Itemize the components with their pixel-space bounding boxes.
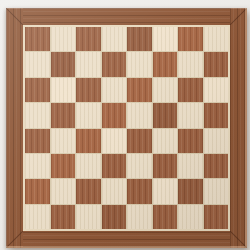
square-b1 bbox=[51, 205, 76, 229]
square-g7 bbox=[178, 52, 203, 76]
frame-miter-joint-bottom-left bbox=[6, 231, 23, 248]
square-f4 bbox=[153, 129, 178, 153]
square-a7 bbox=[25, 52, 50, 76]
square-a5 bbox=[25, 103, 50, 127]
square-a1 bbox=[25, 205, 50, 229]
square-d2 bbox=[102, 179, 127, 203]
square-h8 bbox=[204, 27, 229, 51]
square-h7 bbox=[204, 52, 229, 76]
board-frame-left bbox=[6, 8, 23, 248]
square-g3 bbox=[178, 154, 203, 178]
chess-board bbox=[6, 8, 247, 248]
frame-inlay-line bbox=[23, 25, 230, 231]
square-c3 bbox=[76, 154, 101, 178]
square-g6 bbox=[178, 78, 203, 102]
square-b7 bbox=[51, 52, 76, 76]
square-e7 bbox=[127, 52, 152, 76]
square-c6 bbox=[76, 78, 101, 102]
square-b8 bbox=[51, 27, 76, 51]
square-h2 bbox=[204, 179, 229, 203]
square-b4 bbox=[51, 129, 76, 153]
square-h5 bbox=[204, 103, 229, 127]
square-c4 bbox=[76, 129, 101, 153]
square-b6 bbox=[51, 78, 76, 102]
square-g1 bbox=[178, 205, 203, 229]
square-f1 bbox=[153, 205, 178, 229]
square-f3 bbox=[153, 154, 178, 178]
square-f7 bbox=[153, 52, 178, 76]
square-c5 bbox=[76, 103, 101, 127]
square-a4 bbox=[25, 129, 50, 153]
square-c8 bbox=[76, 27, 101, 51]
square-g4 bbox=[178, 129, 203, 153]
square-a6 bbox=[25, 78, 50, 102]
square-f8 bbox=[153, 27, 178, 51]
board-frame-right bbox=[230, 8, 247, 248]
square-c7 bbox=[76, 52, 101, 76]
square-g2 bbox=[178, 179, 203, 203]
square-h3 bbox=[204, 154, 229, 178]
square-e3 bbox=[127, 154, 152, 178]
frame-miter-joint-bottom-right bbox=[230, 231, 247, 248]
square-d6 bbox=[102, 78, 127, 102]
square-b3 bbox=[51, 154, 76, 178]
square-a2 bbox=[25, 179, 50, 203]
square-e5 bbox=[127, 103, 152, 127]
square-d1 bbox=[102, 205, 127, 229]
square-e1 bbox=[127, 205, 152, 229]
square-h1 bbox=[204, 205, 229, 229]
square-f6 bbox=[153, 78, 178, 102]
square-d5 bbox=[102, 103, 127, 127]
square-e8 bbox=[127, 27, 152, 51]
photo-background bbox=[0, 0, 250, 250]
square-a3 bbox=[25, 154, 50, 178]
frame-miter-joint-top-left bbox=[6, 8, 23, 25]
square-e2 bbox=[127, 179, 152, 203]
square-c1 bbox=[76, 205, 101, 229]
square-c2 bbox=[76, 179, 101, 203]
frame-miter-joint-top-right bbox=[230, 8, 247, 25]
square-e4 bbox=[127, 129, 152, 153]
square-d8 bbox=[102, 27, 127, 51]
square-g5 bbox=[178, 103, 203, 127]
square-e6 bbox=[127, 78, 152, 102]
square-h4 bbox=[204, 129, 229, 153]
square-d4 bbox=[102, 129, 127, 153]
square-f2 bbox=[153, 179, 178, 203]
board-squares-grid bbox=[25, 27, 228, 229]
square-h6 bbox=[204, 78, 229, 102]
square-d3 bbox=[102, 154, 127, 178]
square-g8 bbox=[178, 27, 203, 51]
square-a8 bbox=[25, 27, 50, 51]
square-d7 bbox=[102, 52, 127, 76]
square-b5 bbox=[51, 103, 76, 127]
square-b2 bbox=[51, 179, 76, 203]
square-f5 bbox=[153, 103, 178, 127]
